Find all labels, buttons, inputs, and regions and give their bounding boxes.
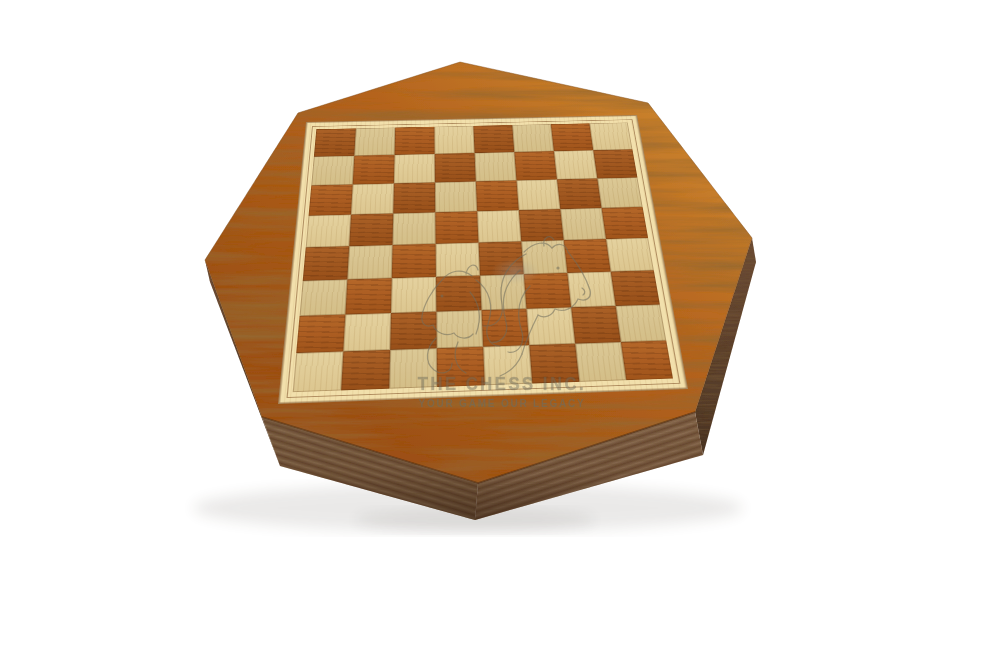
square-r4c2[interactable] (349, 213, 393, 246)
square-r6c4[interactable] (436, 276, 482, 312)
square-r6c2[interactable] (345, 278, 391, 314)
square-r8c2[interactable] (341, 350, 390, 391)
square-r7c5[interactable] (482, 309, 530, 347)
square-r2c8[interactable] (593, 149, 637, 178)
square-r1c2[interactable] (354, 128, 395, 156)
square-r8c8[interactable] (621, 341, 673, 381)
square-r5c6[interactable] (521, 240, 567, 274)
square-r1c8[interactable] (589, 123, 632, 151)
square-r7c4[interactable] (436, 310, 483, 348)
chess-board (278, 115, 688, 404)
square-r3c1[interactable] (309, 184, 353, 215)
square-r2c5[interactable] (475, 152, 517, 181)
square-r3c4[interactable] (435, 181, 477, 212)
square-r4c8[interactable] (602, 207, 649, 239)
square-r1c6[interactable] (512, 124, 554, 152)
square-r4c4[interactable] (435, 211, 478, 244)
square-r7c3[interactable] (390, 312, 437, 350)
square-r3c5[interactable] (476, 180, 519, 211)
square-r1c3[interactable] (395, 127, 435, 155)
square-r5c3[interactable] (392, 244, 436, 278)
square-r4c3[interactable] (393, 212, 436, 245)
square-r7c8[interactable] (616, 304, 667, 342)
square-r6c7[interactable] (567, 272, 615, 308)
square-r2c3[interactable] (394, 154, 435, 184)
square-r6c6[interactable] (524, 273, 571, 309)
board-grid (293, 123, 673, 393)
square-r5c4[interactable] (436, 243, 480, 277)
square-r4c7[interactable] (560, 208, 606, 240)
square-r5c5[interactable] (479, 241, 524, 275)
square-r3c2[interactable] (351, 183, 394, 214)
square-r8c1[interactable] (293, 351, 344, 392)
square-r4c1[interactable] (306, 215, 351, 248)
square-r1c1[interactable] (314, 128, 356, 156)
square-r7c2[interactable] (343, 313, 391, 351)
square-r7c1[interactable] (296, 314, 345, 353)
square-r3c7[interactable] (557, 178, 602, 209)
product-photo: THE CHESS INC. YOUR GAME OUR LEGACY (0, 0, 1000, 667)
square-r8c5[interactable] (483, 345, 532, 385)
square-r5c1[interactable] (303, 246, 350, 281)
square-r2c7[interactable] (554, 150, 597, 179)
square-r7c7[interactable] (571, 306, 621, 344)
square-r8c4[interactable] (437, 347, 485, 387)
square-r3c8[interactable] (597, 177, 642, 208)
square-r5c7[interactable] (564, 239, 611, 273)
square-r2c4[interactable] (435, 153, 476, 182)
square-r2c1[interactable] (311, 156, 354, 186)
square-r5c8[interactable] (606, 238, 654, 272)
square-r6c5[interactable] (480, 274, 526, 310)
square-r1c7[interactable] (551, 123, 593, 151)
square-r8c3[interactable] (389, 348, 437, 388)
square-r4c5[interactable] (477, 210, 521, 242)
square-r8c6[interactable] (529, 344, 579, 384)
square-r1c5[interactable] (473, 125, 514, 153)
square-r6c1[interactable] (300, 279, 348, 315)
square-r3c3[interactable] (393, 182, 435, 213)
square-r6c8[interactable] (611, 270, 660, 306)
square-r8c7[interactable] (575, 342, 626, 382)
square-r5c2[interactable] (347, 245, 392, 279)
square-r6c3[interactable] (391, 277, 436, 313)
square-r2c2[interactable] (353, 155, 395, 185)
square-r2c6[interactable] (514, 151, 557, 180)
square-r3c6[interactable] (516, 179, 560, 210)
square-r1c4[interactable] (434, 126, 474, 154)
square-r4c6[interactable] (519, 209, 564, 241)
square-r7c6[interactable] (526, 307, 575, 345)
